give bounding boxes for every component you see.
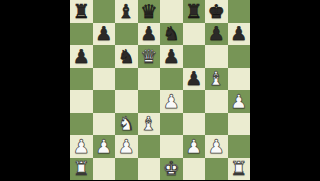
- square-a4[interactable]: [70, 90, 93, 113]
- square-c3[interactable]: ♞: [115, 113, 138, 136]
- piece-black-rook[interactable]: ♜: [73, 1, 90, 20]
- piece-white-king[interactable]: ♚: [163, 159, 180, 178]
- piece-white-queen[interactable]: ♛: [140, 46, 157, 65]
- piece-white-pawn[interactable]: ♟: [185, 136, 202, 155]
- piece-white-pawn[interactable]: ♟: [95, 136, 112, 155]
- square-e8[interactable]: [160, 0, 183, 23]
- square-g5[interactable]: ♝: [205, 68, 228, 91]
- letterbox-right: [250, 0, 320, 180]
- piece-white-rook[interactable]: ♜: [73, 159, 90, 178]
- square-b3[interactable]: [93, 113, 116, 136]
- piece-black-pawn[interactable]: ♟: [140, 24, 157, 43]
- square-d3[interactable]: ♝: [138, 113, 161, 136]
- square-f5[interactable]: ♟: [183, 68, 206, 91]
- square-c1[interactable]: [115, 158, 138, 181]
- piece-white-bishop[interactable]: ♝: [140, 114, 157, 133]
- piece-black-pawn[interactable]: ♟: [95, 24, 112, 43]
- square-h1[interactable]: ♜: [228, 158, 251, 181]
- piece-black-king[interactable]: ♚: [208, 1, 225, 20]
- piece-black-pawn[interactable]: ♟: [230, 24, 247, 43]
- square-a6[interactable]: ♟: [70, 45, 93, 68]
- piece-black-knight[interactable]: ♞: [118, 46, 135, 65]
- square-h8[interactable]: [228, 0, 251, 23]
- square-c2[interactable]: ♟: [115, 135, 138, 158]
- square-h5[interactable]: [228, 68, 251, 91]
- square-h3[interactable]: [228, 113, 251, 136]
- piece-white-pawn[interactable]: ♟: [163, 91, 180, 110]
- square-c8[interactable]: ♝: [115, 0, 138, 23]
- square-d7[interactable]: ♟: [138, 23, 161, 46]
- square-f3[interactable]: [183, 113, 206, 136]
- square-a7[interactable]: [70, 23, 93, 46]
- square-b5[interactable]: [93, 68, 116, 91]
- piece-white-bishop[interactable]: ♝: [208, 69, 225, 88]
- piece-black-pawn[interactable]: ♟: [185, 69, 202, 88]
- square-e7[interactable]: ♞: [160, 23, 183, 46]
- square-d4[interactable]: [138, 90, 161, 113]
- square-f6[interactable]: [183, 45, 206, 68]
- piece-black-rook[interactable]: ♜: [185, 1, 202, 20]
- square-g6[interactable]: [205, 45, 228, 68]
- square-h6[interactable]: [228, 45, 251, 68]
- square-e1[interactable]: ♚: [160, 158, 183, 181]
- square-g4[interactable]: [205, 90, 228, 113]
- square-f2[interactable]: ♟: [183, 135, 206, 158]
- piece-black-pawn[interactable]: ♟: [163, 46, 180, 65]
- square-b7[interactable]: ♟: [93, 23, 116, 46]
- piece-white-pawn[interactable]: ♟: [73, 136, 90, 155]
- piece-black-queen[interactable]: ♛: [140, 1, 157, 20]
- square-c7[interactable]: [115, 23, 138, 46]
- square-g3[interactable]: [205, 113, 228, 136]
- square-f4[interactable]: [183, 90, 206, 113]
- piece-white-pawn[interactable]: ♟: [208, 136, 225, 155]
- square-e4[interactable]: ♟: [160, 90, 183, 113]
- piece-black-bishop[interactable]: ♝: [118, 1, 135, 20]
- square-c5[interactable]: [115, 68, 138, 91]
- square-d5[interactable]: [138, 68, 161, 91]
- square-a8[interactable]: ♜: [70, 0, 93, 23]
- square-e6[interactable]: ♟: [160, 45, 183, 68]
- square-e2[interactable]: [160, 135, 183, 158]
- piece-black-pawn[interactable]: ♟: [208, 24, 225, 43]
- square-a1[interactable]: ♜: [70, 158, 93, 181]
- piece-white-pawn[interactable]: ♟: [118, 136, 135, 155]
- letterbox-left: [0, 0, 70, 180]
- square-b8[interactable]: [93, 0, 116, 23]
- square-g2[interactable]: ♟: [205, 135, 228, 158]
- square-g7[interactable]: ♟: [205, 23, 228, 46]
- square-h2[interactable]: [228, 135, 251, 158]
- square-d6[interactable]: ♛: [138, 45, 161, 68]
- chess-board[interactable]: ♜♝♛♜♚♟♟♞♟♟♟♞♛♟♟♝♟♟♞♝♟♟♟♟♟♜♚♜: [70, 0, 250, 180]
- square-d8[interactable]: ♛: [138, 0, 161, 23]
- piece-white-pawn[interactable]: ♟: [230, 91, 247, 110]
- square-a3[interactable]: [70, 113, 93, 136]
- square-c6[interactable]: ♞: [115, 45, 138, 68]
- piece-white-knight[interactable]: ♞: [118, 114, 135, 133]
- square-g1[interactable]: [205, 158, 228, 181]
- square-e3[interactable]: [160, 113, 183, 136]
- square-b1[interactable]: [93, 158, 116, 181]
- square-e5[interactable]: [160, 68, 183, 91]
- screenshot-stage: ♜♝♛♜♚♟♟♞♟♟♟♞♛♟♟♝♟♟♞♝♟♟♟♟♟♜♚♜: [0, 0, 320, 180]
- square-f1[interactable]: [183, 158, 206, 181]
- piece-black-knight[interactable]: ♞: [163, 24, 180, 43]
- piece-white-rook[interactable]: ♜: [230, 159, 247, 178]
- piece-black-pawn[interactable]: ♟: [73, 46, 90, 65]
- square-d2[interactable]: [138, 135, 161, 158]
- square-a2[interactable]: ♟: [70, 135, 93, 158]
- square-b4[interactable]: [93, 90, 116, 113]
- square-b6[interactable]: [93, 45, 116, 68]
- square-f7[interactable]: [183, 23, 206, 46]
- square-c4[interactable]: [115, 90, 138, 113]
- square-a5[interactable]: [70, 68, 93, 91]
- square-h4[interactable]: ♟: [228, 90, 251, 113]
- square-f8[interactable]: ♜: [183, 0, 206, 23]
- square-d1[interactable]: [138, 158, 161, 181]
- square-g8[interactable]: ♚: [205, 0, 228, 23]
- square-b2[interactable]: ♟: [93, 135, 116, 158]
- square-h7[interactable]: ♟: [228, 23, 251, 46]
